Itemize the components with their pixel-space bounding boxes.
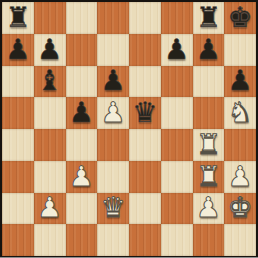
square-f2[interactable]: [161, 193, 193, 225]
square-c6[interactable]: [66, 66, 98, 98]
square-h4[interactable]: [224, 129, 256, 161]
square-g8[interactable]: ♜: [193, 2, 225, 34]
square-f1[interactable]: [161, 224, 193, 256]
square-d8[interactable]: [97, 2, 129, 34]
white-pawn: ♟: [97, 97, 129, 129]
black-pawn: ♟: [193, 34, 225, 66]
black-pawn: ♟: [2, 34, 34, 66]
square-c4[interactable]: [66, 129, 98, 161]
black-king: ♚: [224, 2, 256, 34]
square-b4[interactable]: [34, 129, 66, 161]
square-d2[interactable]: ♛: [97, 193, 129, 225]
square-a8[interactable]: ♜: [2, 2, 34, 34]
square-e6[interactable]: [129, 66, 161, 98]
square-a7[interactable]: ♟: [2, 34, 34, 66]
white-pawn: ♟: [193, 193, 225, 225]
square-e2[interactable]: [129, 193, 161, 225]
square-e7[interactable]: [129, 34, 161, 66]
square-f5[interactable]: [161, 97, 193, 129]
square-g3[interactable]: ♜: [193, 161, 225, 193]
square-c2[interactable]: [66, 193, 98, 225]
square-f7[interactable]: ♟: [161, 34, 193, 66]
chess-board: ♜♜♚♟♟♟♟♝♟♟♟♟♛♞♜♟♜♟♟♛♟♚: [2, 2, 256, 256]
square-h2[interactable]: ♚: [224, 193, 256, 225]
square-d1[interactable]: [97, 224, 129, 256]
square-g5[interactable]: [193, 97, 225, 129]
square-g2[interactable]: ♟: [193, 193, 225, 225]
white-rook: ♜: [193, 161, 225, 193]
square-a6[interactable]: [2, 66, 34, 98]
square-e4[interactable]: [129, 129, 161, 161]
square-a2[interactable]: [2, 193, 34, 225]
chess-board-frame: ♜♜♚♟♟♟♟♝♟♟♟♟♛♞♜♟♜♟♟♛♟♚: [0, 0, 258, 258]
white-knight: ♞: [224, 97, 256, 129]
square-b1[interactable]: [34, 224, 66, 256]
square-d6[interactable]: ♟: [97, 66, 129, 98]
square-e3[interactable]: [129, 161, 161, 193]
square-b8[interactable]: [34, 2, 66, 34]
square-b2[interactable]: ♟: [34, 193, 66, 225]
square-h1[interactable]: [224, 224, 256, 256]
square-g4[interactable]: ♜: [193, 129, 225, 161]
square-h6[interactable]: ♟: [224, 66, 256, 98]
square-f3[interactable]: [161, 161, 193, 193]
black-rook: ♜: [193, 2, 225, 34]
square-b3[interactable]: [34, 161, 66, 193]
square-a4[interactable]: [2, 129, 34, 161]
square-b7[interactable]: ♟: [34, 34, 66, 66]
white-pawn: ♟: [66, 161, 98, 193]
white-queen: ♛: [97, 193, 129, 225]
black-pawn: ♟: [224, 66, 256, 98]
square-c1[interactable]: [66, 224, 98, 256]
square-g6[interactable]: [193, 66, 225, 98]
square-b5[interactable]: [34, 97, 66, 129]
square-d5[interactable]: ♟: [97, 97, 129, 129]
square-g7[interactable]: ♟: [193, 34, 225, 66]
black-bishop: ♝: [34, 66, 66, 98]
black-pawn: ♟: [161, 34, 193, 66]
square-a3[interactable]: [2, 161, 34, 193]
square-c5[interactable]: ♟: [66, 97, 98, 129]
square-d3[interactable]: [97, 161, 129, 193]
black-pawn: ♟: [97, 66, 129, 98]
square-f8[interactable]: [161, 2, 193, 34]
black-pawn: ♟: [34, 34, 66, 66]
square-e8[interactable]: [129, 2, 161, 34]
square-e1[interactable]: [129, 224, 161, 256]
square-h7[interactable]: [224, 34, 256, 66]
square-h3[interactable]: ♟: [224, 161, 256, 193]
square-c8[interactable]: [66, 2, 98, 34]
black-pawn: ♟: [66, 97, 98, 129]
square-d7[interactable]: [97, 34, 129, 66]
black-rook: ♜: [2, 2, 34, 34]
square-a1[interactable]: [2, 224, 34, 256]
square-f4[interactable]: [161, 129, 193, 161]
black-queen: ♛: [129, 97, 161, 129]
square-h8[interactable]: ♚: [224, 2, 256, 34]
square-h5[interactable]: ♞: [224, 97, 256, 129]
white-rook: ♜: [193, 129, 225, 161]
square-c3[interactable]: ♟: [66, 161, 98, 193]
square-d4[interactable]: [97, 129, 129, 161]
white-pawn: ♟: [34, 193, 66, 225]
square-g1[interactable]: [193, 224, 225, 256]
square-f6[interactable]: [161, 66, 193, 98]
white-king: ♚: [224, 193, 256, 225]
square-b6[interactable]: ♝: [34, 66, 66, 98]
white-pawn: ♟: [224, 161, 256, 193]
square-e5[interactable]: ♛: [129, 97, 161, 129]
square-a5[interactable]: [2, 97, 34, 129]
square-c7[interactable]: [66, 34, 98, 66]
